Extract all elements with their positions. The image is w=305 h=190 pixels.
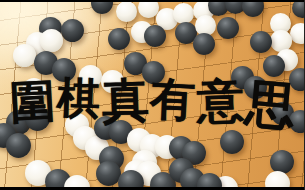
black-stone: [25, 106, 50, 131]
black-stone: [220, 130, 244, 154]
black-stone: [61, 19, 84, 42]
white-stone: [22, 78, 46, 102]
white-stone: [79, 65, 102, 88]
white-stone: [101, 70, 124, 93]
black-stone: [292, 0, 304, 18]
black-stone: [193, 33, 215, 55]
white-stone: [13, 44, 36, 67]
black-stone: [144, 25, 166, 47]
video-thumbnail[interactable]: 圍棋真有意思: [0, 0, 304, 190]
black-stone: [52, 58, 76, 82]
black-stone: [242, 0, 264, 17]
black-stone: [263, 55, 285, 77]
black-stone: [108, 28, 130, 50]
black-stone: [217, 17, 239, 39]
letterbox-top: [0, 0, 304, 2]
white-stone: [173, 3, 194, 24]
white-stone: [116, 1, 137, 22]
white-stone: [138, 0, 159, 18]
black-stone: [244, 76, 267, 99]
letterbox-bottom: [0, 187, 304, 190]
black-stone: [6, 133, 31, 158]
black-stone: [289, 68, 305, 91]
black-stone: [250, 31, 272, 53]
black-stone: [96, 161, 121, 186]
white-stone: [40, 29, 63, 52]
go-board-photo: [0, 0, 304, 190]
black-stone: [142, 61, 165, 84]
stones-layer: [0, 0, 304, 190]
black-stone: [91, 0, 113, 14]
